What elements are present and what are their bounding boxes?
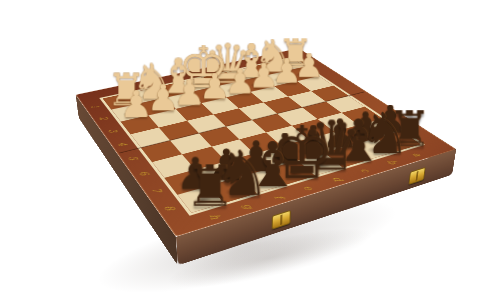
- rank-label-text: 5: [126, 156, 139, 161]
- file-label-text: d: [330, 176, 345, 182]
- file-label-text: b: [385, 159, 399, 165]
- file-label-text: a: [410, 152, 424, 157]
- rank-label-text: 6: [137, 171, 151, 177]
- file-label-text: f: [272, 194, 286, 199]
- piece-base-shadow: [384, 135, 417, 150]
- rank-label-text: 3: [107, 128, 119, 133]
- square-a5: [326, 96, 365, 113]
- file-label-text: c: [358, 168, 372, 173]
- rank-label-text: 2: [98, 116, 110, 120]
- brass-clasp-left: [272, 210, 291, 230]
- brass-clasp-right: [408, 167, 425, 185]
- rank-label-text: 4: [116, 142, 129, 147]
- piece-base-shadow: [315, 136, 348, 151]
- file-label-text: e: [301, 185, 316, 191]
- rank-label-text: 7: [149, 187, 163, 193]
- file-label-text: g: [240, 203, 255, 210]
- scene-3d: ♜♞♝♚♛♝♞♜♟♟♟♟♟♟♟♟♟♟♟♟♟♟♟♟♜♞♝♚♛♝♞♜ hgfedcb…: [0, 0, 500, 302]
- folding-chess-box: ♜♞♝♚♛♝♞♜♟♟♟♟♟♟♟♟♟♟♟♟♟♟♟♟♜♞♝♚♛♝♞♜ hgfedcb…: [76, 48, 457, 237]
- square-c6: [292, 119, 333, 138]
- file-label-text: h: [207, 213, 223, 220]
- rank-label-text: 8: [162, 205, 177, 212]
- rank-label-text: 1: [89, 105, 100, 109]
- piece-base-shadow: [220, 85, 248, 96]
- piece-base-shadow: [143, 101, 172, 113]
- product-photo-stage: ♜♞♝♚♛♝♞♜♟♟♟♟♟♟♟♟♟♟♟♟♟♟♟♟♜♞♝♚♛♝♞♜ hgfedcb…: [0, 0, 500, 302]
